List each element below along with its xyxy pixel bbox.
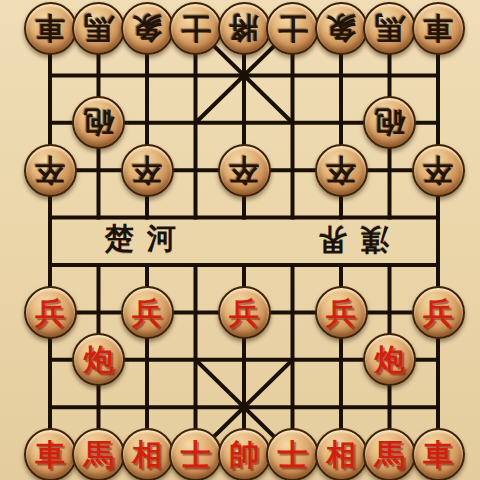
piece-black-advisor[interactable]: 士	[266, 2, 319, 55]
black-advisor-glyph: 士	[181, 13, 211, 44]
piece-black-elephant[interactable]: 象	[121, 2, 174, 55]
black-cannon-glyph: 砲	[375, 107, 405, 138]
piece-black-general[interactable]: 將	[218, 2, 271, 55]
river-label-chuhe: 楚河	[105, 220, 189, 260]
black-chariot-glyph: 車	[35, 13, 65, 44]
red-soldier-glyph: 兵	[35, 297, 65, 328]
black-horse-glyph: 馬	[375, 13, 405, 44]
piece-red-cannon[interactable]: 炮	[363, 333, 416, 386]
piece-red-horse[interactable]: 馬	[72, 428, 125, 480]
piece-red-elephant[interactable]: 相	[121, 428, 174, 480]
piece-black-soldier[interactable]: 卒	[315, 144, 368, 197]
piece-black-soldier[interactable]: 卒	[218, 144, 271, 197]
black-soldier-glyph: 卒	[35, 155, 65, 186]
xiangqi-board[interactable]: 楚河 漢界 車馬象士將士象馬車砲砲卒卒卒卒卒兵兵兵兵兵炮炮車馬相士帥士相馬車	[0, 0, 480, 480]
red-horse-glyph: 馬	[375, 439, 405, 470]
red-soldier-glyph: 兵	[326, 297, 356, 328]
piece-red-chariot[interactable]: 車	[412, 428, 465, 480]
black-soldier-glyph: 卒	[423, 155, 453, 186]
black-elephant-glyph: 象	[326, 13, 356, 44]
red-elephant-glyph: 相	[326, 439, 356, 470]
piece-red-soldier[interactable]: 兵	[24, 286, 77, 339]
piece-black-soldier[interactable]: 卒	[412, 144, 465, 197]
red-chariot-glyph: 車	[423, 439, 453, 470]
piece-red-advisor[interactable]: 士	[266, 428, 319, 480]
black-general-glyph: 將	[229, 13, 259, 44]
board-grid	[0, 0, 480, 480]
piece-black-chariot[interactable]: 車	[24, 2, 77, 55]
black-soldier-glyph: 卒	[132, 155, 162, 186]
piece-black-cannon[interactable]: 砲	[363, 96, 416, 149]
black-elephant-glyph: 象	[132, 13, 162, 44]
red-soldier-glyph: 兵	[132, 297, 162, 328]
black-soldier-glyph: 卒	[229, 155, 259, 186]
piece-red-elephant[interactable]: 相	[315, 428, 368, 480]
black-horse-glyph: 馬	[84, 13, 114, 44]
piece-black-cannon[interactable]: 砲	[72, 96, 125, 149]
piece-red-general[interactable]: 帥	[218, 428, 271, 480]
red-cannon-glyph: 炮	[375, 344, 405, 375]
piece-black-horse[interactable]: 馬	[72, 2, 125, 55]
red-advisor-glyph: 士	[278, 439, 308, 470]
piece-red-soldier[interactable]: 兵	[218, 286, 271, 339]
red-elephant-glyph: 相	[132, 439, 162, 470]
red-horse-glyph: 馬	[84, 439, 114, 470]
red-soldier-glyph: 兵	[229, 297, 259, 328]
black-chariot-glyph: 車	[423, 13, 453, 44]
piece-red-soldier[interactable]: 兵	[121, 286, 174, 339]
piece-black-soldier[interactable]: 卒	[24, 144, 77, 197]
black-cannon-glyph: 砲	[84, 107, 114, 138]
piece-black-soldier[interactable]: 卒	[121, 144, 174, 197]
red-advisor-glyph: 士	[181, 439, 211, 470]
black-advisor-glyph: 士	[278, 13, 308, 44]
piece-black-chariot[interactable]: 車	[412, 2, 465, 55]
red-cannon-glyph: 炮	[84, 344, 114, 375]
piece-red-cannon[interactable]: 炮	[72, 333, 125, 386]
piece-black-horse[interactable]: 馬	[363, 2, 416, 55]
red-general-glyph: 帥	[229, 439, 259, 470]
red-chariot-glyph: 車	[35, 439, 65, 470]
red-soldier-glyph: 兵	[423, 297, 453, 328]
piece-red-advisor[interactable]: 士	[169, 428, 222, 480]
river-label-hanjie: 漢界	[305, 220, 389, 260]
black-soldier-glyph: 卒	[326, 155, 356, 186]
piece-red-chariot[interactable]: 車	[24, 428, 77, 480]
piece-red-horse[interactable]: 馬	[363, 428, 416, 480]
piece-red-soldier[interactable]: 兵	[315, 286, 368, 339]
piece-red-soldier[interactable]: 兵	[412, 286, 465, 339]
piece-black-elephant[interactable]: 象	[315, 2, 368, 55]
piece-black-advisor[interactable]: 士	[169, 2, 222, 55]
